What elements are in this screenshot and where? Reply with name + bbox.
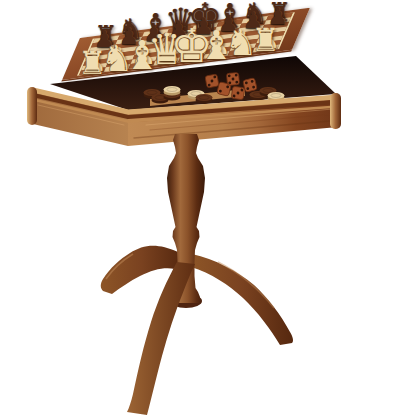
checker-light <box>164 86 181 96</box>
table <box>0 0 416 416</box>
die <box>231 86 245 100</box>
table-leg-right <box>191 254 293 345</box>
checker-dark <box>196 94 213 104</box>
die <box>226 72 239 85</box>
molding-left-corner <box>27 87 37 125</box>
table-base <box>101 134 293 415</box>
die <box>205 74 219 88</box>
die <box>243 78 258 93</box>
table-leg-front <box>127 262 195 415</box>
chess-table-photo: ♜♞♝♛♚♝♞♜♟♟♟♟♟♟♟♟♟♟♟♟♟♟♟♟♜♞♝♛♚♝♞♜ <box>0 0 416 416</box>
molding-right-corner <box>330 93 341 129</box>
